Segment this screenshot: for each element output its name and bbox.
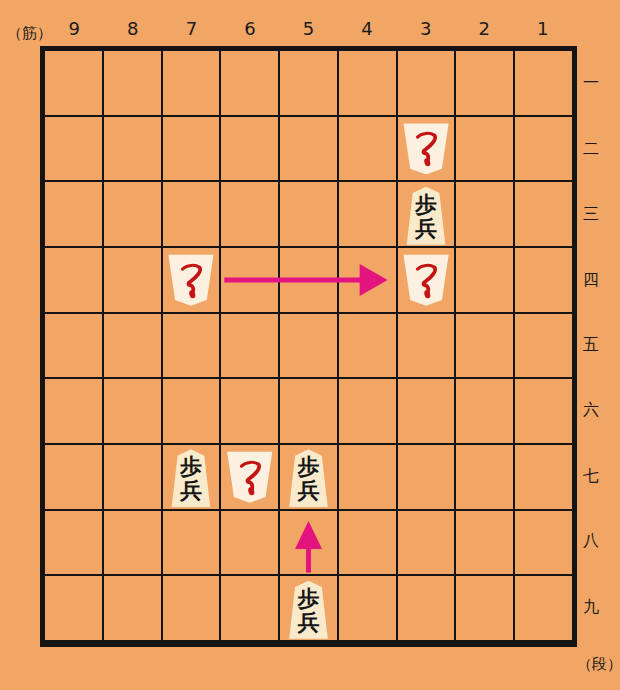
square-3九[interactable] bbox=[398, 576, 455, 640]
square-1三[interactable] bbox=[515, 182, 572, 246]
square-5八[interactable] bbox=[280, 511, 337, 575]
square-9八[interactable] bbox=[45, 511, 102, 575]
piece-kanji: 兵 bbox=[415, 217, 437, 241]
square-2五[interactable] bbox=[456, 314, 513, 378]
rank-label-7: 七 bbox=[583, 444, 609, 509]
square-1六[interactable] bbox=[515, 379, 572, 443]
rank-label-4: 四 bbox=[583, 247, 609, 312]
square-2二[interactable] bbox=[456, 117, 513, 181]
tokin-glyph bbox=[174, 258, 208, 299]
rank-label-3: 三 bbox=[583, 182, 609, 247]
file-label-2: 2 bbox=[455, 17, 514, 41]
square-6二[interactable] bbox=[221, 117, 278, 181]
square-8九[interactable] bbox=[104, 576, 161, 640]
square-1二[interactable] bbox=[515, 117, 572, 181]
square-6九[interactable] bbox=[221, 576, 278, 640]
square-3八[interactable] bbox=[398, 511, 455, 575]
file-label-5: 5 bbox=[279, 17, 338, 41]
square-5三[interactable] bbox=[280, 182, 337, 246]
square-1四[interactable] bbox=[515, 248, 572, 312]
file-label-7: 7 bbox=[162, 17, 221, 41]
square-8一[interactable] bbox=[104, 51, 161, 115]
square-7二[interactable] bbox=[163, 117, 220, 181]
square-8六[interactable] bbox=[104, 379, 161, 443]
square-7九[interactable] bbox=[163, 576, 220, 640]
rank-label-1: 一 bbox=[583, 51, 609, 116]
square-9三[interactable] bbox=[45, 182, 102, 246]
square-5二[interactable] bbox=[280, 117, 337, 181]
square-8五[interactable] bbox=[104, 314, 161, 378]
square-8二[interactable] bbox=[104, 117, 161, 181]
square-7五[interactable] bbox=[163, 314, 220, 378]
square-4七[interactable] bbox=[339, 445, 396, 509]
file-label-6: 6 bbox=[221, 17, 280, 41]
square-5六[interactable] bbox=[280, 379, 337, 443]
tokin-glyph bbox=[409, 126, 443, 167]
rank-labels: 一二三四五六七八九 bbox=[583, 51, 609, 640]
square-2四[interactable] bbox=[456, 248, 513, 312]
tokin-glyph bbox=[409, 258, 443, 299]
square-8四[interactable] bbox=[104, 248, 161, 312]
square-8八[interactable] bbox=[104, 511, 161, 575]
tokin-glyph bbox=[233, 455, 267, 496]
square-4二[interactable] bbox=[339, 117, 396, 181]
square-9六[interactable] bbox=[45, 379, 102, 443]
square-5一[interactable] bbox=[280, 51, 337, 115]
shogi-diagram: （筋） 987654321 歩兵 歩兵 歩兵歩兵 一二三四五六七八九 （段） bbox=[0, 0, 620, 690]
square-9四[interactable] bbox=[45, 248, 102, 312]
square-7一[interactable] bbox=[163, 51, 220, 115]
piece-kanji: 歩 bbox=[180, 455, 202, 479]
square-7三[interactable] bbox=[163, 182, 220, 246]
square-9一[interactable] bbox=[45, 51, 102, 115]
file-label-1: 1 bbox=[513, 17, 572, 41]
square-8七[interactable] bbox=[104, 445, 161, 509]
square-7八[interactable] bbox=[163, 511, 220, 575]
square-4四[interactable] bbox=[339, 248, 396, 312]
square-2八[interactable] bbox=[456, 511, 513, 575]
square-1五[interactable] bbox=[515, 314, 572, 378]
file-labels: 987654321 bbox=[45, 17, 572, 41]
square-4一[interactable] bbox=[339, 51, 396, 115]
square-1九[interactable] bbox=[515, 576, 572, 640]
square-9七[interactable] bbox=[45, 445, 102, 509]
square-6六[interactable] bbox=[221, 379, 278, 443]
square-6四[interactable] bbox=[221, 248, 278, 312]
square-3一[interactable] bbox=[398, 51, 455, 115]
square-9二[interactable] bbox=[45, 117, 102, 181]
rank-label-2: 二 bbox=[583, 116, 609, 181]
square-6三[interactable] bbox=[221, 182, 278, 246]
file-label-3: 3 bbox=[396, 17, 455, 41]
square-5四[interactable] bbox=[280, 248, 337, 312]
piece-kanji: 兵 bbox=[297, 479, 319, 503]
piece-kanji: 兵 bbox=[180, 479, 202, 503]
rank-label-8: 八 bbox=[583, 509, 609, 574]
square-3六[interactable] bbox=[398, 379, 455, 443]
square-2三[interactable] bbox=[456, 182, 513, 246]
rank-label-5: 五 bbox=[583, 313, 609, 378]
file-label-8: 8 bbox=[104, 17, 163, 41]
square-8三[interactable] bbox=[104, 182, 161, 246]
square-4九[interactable] bbox=[339, 576, 396, 640]
piece-kanji: 歩 bbox=[415, 193, 437, 217]
board-grid bbox=[45, 51, 572, 640]
file-label-9: 9 bbox=[45, 17, 104, 41]
square-3七[interactable] bbox=[398, 445, 455, 509]
square-1七[interactable] bbox=[515, 445, 572, 509]
square-6八[interactable] bbox=[221, 511, 278, 575]
square-4三[interactable] bbox=[339, 182, 396, 246]
rank-label-9: 九 bbox=[583, 575, 609, 640]
square-5五[interactable] bbox=[280, 314, 337, 378]
file-label-4: 4 bbox=[338, 17, 397, 41]
rank-label-6: 六 bbox=[583, 378, 609, 443]
square-4五[interactable] bbox=[339, 314, 396, 378]
square-6五[interactable] bbox=[221, 314, 278, 378]
square-9五[interactable] bbox=[45, 314, 102, 378]
square-3五[interactable] bbox=[398, 314, 455, 378]
square-2九[interactable] bbox=[456, 576, 513, 640]
square-4八[interactable] bbox=[339, 511, 396, 575]
square-1一[interactable] bbox=[515, 51, 572, 115]
square-2一[interactable] bbox=[456, 51, 513, 115]
square-7六[interactable] bbox=[163, 379, 220, 443]
shogi-board: 歩兵 歩兵 歩兵歩兵 bbox=[40, 46, 577, 647]
rank-axis-label: （段） bbox=[577, 655, 620, 674]
piece-kanji: 歩 bbox=[297, 587, 319, 611]
square-1八[interactable] bbox=[515, 511, 572, 575]
square-2七[interactable] bbox=[456, 445, 513, 509]
square-2六[interactable] bbox=[456, 379, 513, 443]
square-4六[interactable] bbox=[339, 379, 396, 443]
piece-kanji: 兵 bbox=[297, 611, 319, 635]
piece-kanji: 歩 bbox=[297, 455, 319, 479]
square-6一[interactable] bbox=[221, 51, 278, 115]
square-9九[interactable] bbox=[45, 576, 102, 640]
